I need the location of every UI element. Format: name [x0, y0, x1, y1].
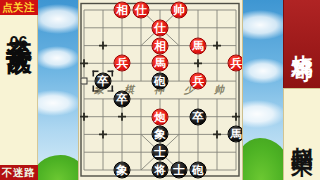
piece-red-horse[interactable]: 馬 — [152, 55, 169, 72]
xiangqi-board: 象棋神少帅 相仕帅仕相馬兵馬兵兵炮卒砲卒卒象馬士象将士砲 — [78, 0, 243, 180]
piece-black-elephant[interactable]: 象 — [114, 162, 131, 179]
piece-red-king[interactable]: 帅 — [171, 2, 188, 19]
piece-black-king[interactable]: 将 — [152, 162, 169, 179]
cloud — [239, 58, 287, 84]
piece-black-advisor[interactable]: 士 — [171, 162, 188, 179]
piece-black-pawn[interactable]: 卒 — [190, 108, 207, 125]
piece-red-elephant[interactable]: 相 — [114, 2, 131, 19]
video-thumbnail: 点关注 弃子诱敌 06 不迷路 象棋神少帅 相仕帅仕相馬兵馬兵兵炮卒砲卒卒象馬士… — [0, 0, 320, 180]
piece-red-horse[interactable]: 馬 — [190, 37, 207, 54]
last-move-origin-marker — [81, 78, 88, 85]
episode-number: 06 — [10, 34, 28, 52]
cloud — [34, 46, 80, 70]
series-title: 弃子诱敌 — [0, 17, 38, 33]
piece-black-cannon[interactable]: 砲 — [152, 73, 169, 90]
piece-black-advisor[interactable]: 士 — [152, 144, 169, 161]
piece-black-elephant[interactable]: 象 — [152, 126, 169, 143]
piece-red-advisor[interactable]: 仕 — [133, 2, 150, 19]
slogan-banner: 不迷路 — [0, 165, 38, 180]
piece-red-advisor[interactable]: 仕 — [152, 19, 169, 36]
piece-red-pawn[interactable]: 兵 — [190, 73, 207, 90]
follow-banner: 点关注 — [0, 0, 38, 15]
player-name: 赵国荣 — [283, 88, 320, 180]
piece-black-pawn[interactable]: 卒 — [114, 90, 131, 107]
piece-black-horse[interactable]: 馬 — [228, 126, 244, 143]
left-panel: 点关注 弃子诱敌 06 不迷路 — [0, 0, 38, 180]
piece-red-pawn[interactable]: 兵 — [228, 55, 244, 72]
channel-banner: 烧鸡哥 — [283, 0, 320, 88]
piece-black-pawn[interactable]: 卒 — [95, 73, 112, 90]
piece-black-cannon[interactable]: 砲 — [190, 162, 207, 179]
grass — [32, 155, 84, 180]
piece-red-pawn[interactable]: 兵 — [114, 55, 131, 72]
piece-red-cannon[interactable]: 炮 — [152, 108, 169, 125]
piece-red-elephant[interactable]: 相 — [152, 37, 169, 54]
